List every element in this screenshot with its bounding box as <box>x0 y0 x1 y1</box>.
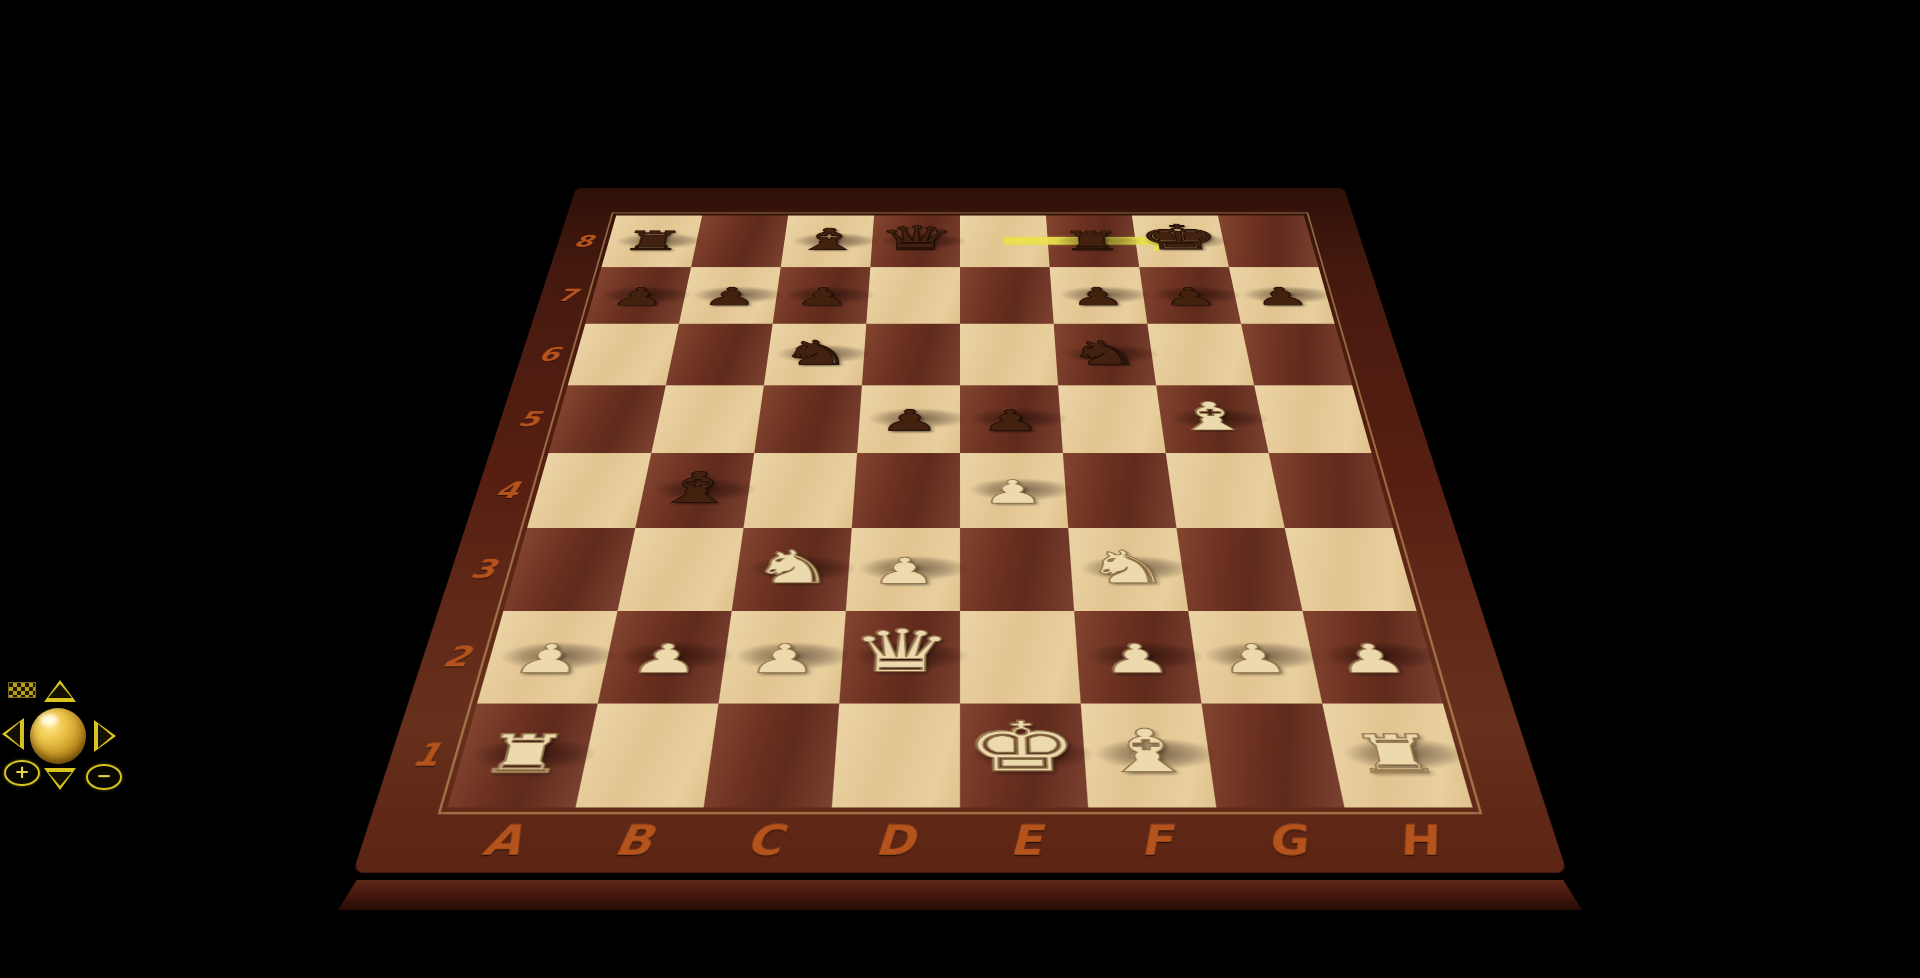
rank-label-1: 1 <box>408 736 446 773</box>
white-king-e1[interactable]: ♚ <box>964 713 1082 782</box>
zoom-out-button[interactable]: − <box>86 764 122 790</box>
square-b6[interactable] <box>666 324 773 386</box>
black-pawn-e5[interactable]: ♟ <box>980 406 1042 435</box>
file-label-e: E <box>1008 816 1042 864</box>
rank-label-8: 8 <box>572 232 596 250</box>
square-a5[interactable] <box>548 385 665 453</box>
square-b8[interactable] <box>691 216 788 268</box>
chess-scene: 12345678ABCDEFGH ♜♝♛♜♚♟♟♟♟♟♟♞♞♟♟♝♝♟♞♟♞♟♟… <box>0 0 1920 978</box>
file-label-h: H <box>1391 816 1443 864</box>
white-pawn-e4[interactable]: ♟ <box>981 476 1046 508</box>
file-label-b: B <box>611 816 656 864</box>
square-g6[interactable] <box>1147 324 1254 386</box>
white-knight-f3[interactable]: ♞ <box>1082 544 1172 590</box>
white-bishop-f1[interactable]: ♝ <box>1094 722 1200 782</box>
square-a6[interactable] <box>568 324 679 386</box>
square-g3[interactable] <box>1176 528 1302 611</box>
black-pawn-c7[interactable]: ♟ <box>793 285 851 309</box>
square-e3[interactable] <box>960 528 1074 611</box>
black-pawn-g7[interactable]: ♟ <box>1160 285 1220 309</box>
view-control-widget: + − <box>0 672 140 797</box>
file-label-a: A <box>479 816 528 864</box>
chess-board: 12345678ABCDEFGH ♜♝♛♜♚♟♟♟♟♟♟♞♞♟♟♝♝♟♞♟♞♟♟… <box>353 188 1567 873</box>
square-h6[interactable] <box>1241 324 1352 386</box>
square-e2[interactable] <box>960 611 1081 704</box>
square-f5[interactable] <box>1058 385 1166 453</box>
file-label-d: D <box>874 816 915 864</box>
white-pawn-g2[interactable]: ♟ <box>1215 639 1293 679</box>
black-pawn-b7[interactable]: ♟ <box>700 285 760 309</box>
square-h8[interactable] <box>1218 216 1319 268</box>
white-rook-h1[interactable]: ♜ <box>1345 728 1447 781</box>
rotate-left-arrow-icon[interactable] <box>2 718 24 750</box>
rank-label-3: 3 <box>467 554 500 584</box>
board-squares-grid <box>447 216 1472 808</box>
checkerboard-icon[interactable] <box>8 682 36 698</box>
square-h5[interactable] <box>1254 385 1371 453</box>
square-g1[interactable] <box>1201 704 1344 808</box>
white-queen-d2[interactable]: ♛ <box>847 622 954 681</box>
file-label-c: C <box>744 816 784 864</box>
black-pawn-d5[interactable]: ♟ <box>878 406 940 435</box>
file-label-g: G <box>1262 816 1310 864</box>
black-knight-f6[interactable]: ♞ <box>1065 336 1142 370</box>
square-d4[interactable] <box>852 453 960 528</box>
square-e8[interactable] <box>960 216 1050 268</box>
rotate-down-arrow-icon[interactable] <box>44 768 76 790</box>
square-h4[interactable] <box>1269 453 1393 528</box>
square-a4[interactable] <box>527 453 651 528</box>
square-b5[interactable] <box>651 385 764 453</box>
rotate-right-arrow-icon[interactable] <box>94 720 116 752</box>
square-c1[interactable] <box>704 704 840 808</box>
black-knight-c6[interactable]: ♞ <box>777 336 854 370</box>
board-front-edge <box>338 880 1582 910</box>
square-a3[interactable] <box>503 528 635 611</box>
white-pawn-c2[interactable]: ♟ <box>746 639 821 679</box>
white-pawn-h2[interactable]: ♟ <box>1332 639 1413 679</box>
white-pawn-a2[interactable]: ♟ <box>507 639 588 679</box>
black-bishop-c8[interactable]: ♝ <box>791 225 865 255</box>
white-pawn-d3[interactable]: ♟ <box>870 553 939 589</box>
square-b1[interactable] <box>576 704 719 808</box>
square-h3[interactable] <box>1285 528 1417 611</box>
white-bishop-g5[interactable]: ♝ <box>1167 397 1255 436</box>
black-pawn-h7[interactable]: ♟ <box>1251 285 1313 309</box>
black-pawn-f7[interactable]: ♟ <box>1069 285 1127 309</box>
rank-label-5: 5 <box>515 406 544 430</box>
white-knight-c3[interactable]: ♞ <box>748 544 838 590</box>
black-bishop-b4[interactable]: ♝ <box>650 466 742 509</box>
square-b3[interactable] <box>618 528 744 611</box>
square-g4[interactable] <box>1166 453 1285 528</box>
square-e6[interactable] <box>960 324 1058 386</box>
white-pawn-f2[interactable]: ♟ <box>1099 639 1174 679</box>
black-queen-d8[interactable]: ♛ <box>876 222 956 255</box>
rank-label-2: 2 <box>439 640 474 673</box>
rank-label-6: 6 <box>536 343 563 365</box>
square-c4[interactable] <box>744 453 858 528</box>
zoom-in-button[interactable]: + <box>4 760 40 786</box>
square-d7[interactable] <box>866 267 960 323</box>
rank-label-7: 7 <box>554 285 580 305</box>
black-rook-f8[interactable]: ♜ <box>1059 228 1124 254</box>
white-rook-a1[interactable]: ♜ <box>473 728 575 781</box>
rotate-up-arrow-icon[interactable] <box>44 680 76 702</box>
file-label-f: F <box>1137 816 1175 864</box>
white-pawn-b2[interactable]: ♟ <box>626 639 704 679</box>
square-e7[interactable] <box>960 267 1054 323</box>
rank-label-4: 4 <box>492 476 523 503</box>
trackball-icon[interactable] <box>30 708 86 764</box>
square-d6[interactable] <box>862 324 960 386</box>
black-king-g8[interactable]: ♚ <box>1135 220 1223 254</box>
black-rook-a8[interactable]: ♜ <box>618 228 687 254</box>
square-c5[interactable] <box>754 385 862 453</box>
black-pawn-a7[interactable]: ♟ <box>608 285 670 309</box>
square-f4[interactable] <box>1063 453 1177 528</box>
square-d1[interactable] <box>832 704 960 808</box>
